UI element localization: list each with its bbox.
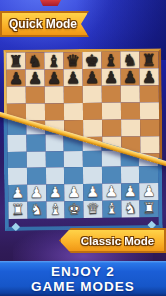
board-square[interactable]	[26, 151, 45, 168]
board-square[interactable]: ♝	[44, 52, 63, 69]
board-square[interactable]: ♛	[83, 201, 102, 218]
board-square[interactable]	[8, 151, 27, 168]
board-square[interactable]	[121, 119, 140, 136]
chess-piece[interactable]: ♞	[124, 201, 138, 216]
board-square[interactable]: ♟	[102, 184, 121, 201]
chess-piece[interactable]: ♝	[104, 52, 119, 68]
board-square[interactable]: ♟	[139, 183, 158, 200]
board-square[interactable]: ♟	[140, 68, 159, 85]
board-square[interactable]: ♜	[8, 202, 27, 219]
chess-piece[interactable]: ♟	[85, 69, 100, 85]
board-square[interactable]	[64, 167, 83, 184]
board-square[interactable]	[27, 168, 46, 185]
chess-piece[interactable]: ♝	[49, 202, 63, 217]
board-square[interactable]	[140, 136, 159, 153]
chess-piece[interactable]: ♜	[142, 201, 156, 216]
chess-piece[interactable]: ♟	[47, 70, 62, 86]
board-square[interactable]	[45, 86, 64, 103]
chess-piece[interactable]: ♜	[9, 53, 24, 69]
board-square[interactable]: ♛	[63, 52, 82, 69]
board-square[interactable]	[45, 134, 64, 151]
board-square[interactable]: ♝	[46, 201, 65, 218]
board-square[interactable]: ♝	[101, 52, 120, 69]
chess-piece[interactable]: ♟	[105, 185, 119, 200]
chess-piece[interactable]: ♞	[30, 202, 44, 217]
board-square[interactable]: ♚	[65, 201, 84, 218]
board-square[interactable]: ♟	[83, 184, 102, 201]
chess-piece[interactable]: ♚	[67, 202, 81, 217]
board-square[interactable]: ♟	[64, 184, 83, 201]
board-square[interactable]: ♟	[121, 183, 140, 200]
board-corner-ornament	[12, 223, 20, 231]
chess-piece[interactable]: ♛	[66, 53, 81, 69]
board-square[interactable]	[102, 103, 121, 120]
board-square[interactable]	[83, 103, 102, 120]
board-square[interactable]	[8, 168, 27, 185]
chess-piece[interactable]: ♟	[9, 70, 24, 86]
chess-piece[interactable]: ♟	[123, 184, 137, 199]
chess-piece[interactable]: ♞	[28, 53, 43, 69]
chess-piece[interactable]: ♝	[105, 201, 119, 216]
quick-mode-banner[interactable]: Quick Mode	[0, 11, 89, 37]
footer-band: ENJOY 2 GAME MODES	[0, 261, 166, 296]
chess-piece[interactable]: ♟	[86, 185, 100, 200]
board-square[interactable]: ♟	[27, 185, 46, 202]
board-square[interactable]: ♟	[7, 70, 26, 87]
ad-screenshot: ♜♞♝♛♚♝♞♜♟♟♟♟♟♟♟♟ ♟♟♟♟♟♟♟♟♜♞♝♚♛♝♞♜ Quick …	[0, 0, 166, 296]
board-square[interactable]	[102, 167, 121, 184]
board-square[interactable]: ♞	[25, 52, 44, 69]
board-square[interactable]	[140, 102, 159, 119]
chess-piece[interactable]: ♟	[28, 70, 43, 86]
classic-mode-label: Classic Mode	[81, 235, 155, 247]
board-square[interactable]	[83, 150, 102, 167]
board-square[interactable]	[26, 103, 45, 120]
board-square[interactable]	[26, 86, 45, 103]
classic-mode-banner[interactable]: Classic Mode	[59, 228, 166, 253]
board-square[interactable]	[83, 120, 102, 137]
board-square[interactable]: ♟	[64, 69, 83, 86]
board-square[interactable]: ♜	[6, 53, 25, 70]
board-square[interactable]	[83, 167, 102, 184]
board-square[interactable]	[83, 86, 102, 103]
quick-mode-label: Quick Mode	[9, 17, 77, 31]
board-square[interactable]	[121, 102, 140, 119]
chess-piece[interactable]: ♟	[142, 69, 157, 85]
board-square[interactable]	[45, 103, 64, 120]
board-square[interactable]: ♟	[83, 69, 102, 86]
chess-piece[interactable]: ♜	[11, 203, 25, 218]
footer-line-2: GAME MODES	[31, 279, 135, 294]
chess-piece[interactable]: ♜	[142, 52, 157, 68]
chess-piece[interactable]: ♟	[67, 185, 81, 200]
chess-piece[interactable]: ♛	[86, 202, 100, 217]
chess-piece[interactable]: ♟	[104, 69, 119, 85]
board-square[interactable]: ♟	[8, 185, 27, 202]
board-square[interactable]: ♟	[121, 68, 140, 85]
chess-piece[interactable]: ♞	[123, 52, 138, 68]
board-square[interactable]	[64, 103, 83, 120]
board-square[interactable]	[140, 119, 159, 136]
chess-piece[interactable]: ♚	[85, 52, 100, 68]
board-square[interactable]: ♞	[27, 202, 46, 219]
board-square[interactable]	[26, 134, 45, 151]
board-square[interactable]	[7, 87, 26, 104]
board-square[interactable]	[121, 85, 140, 102]
board-square[interactable]	[140, 85, 159, 102]
chess-piece[interactable]: ♟	[48, 185, 62, 200]
board-square[interactable]	[64, 151, 83, 168]
board-square[interactable]	[7, 135, 26, 152]
chess-piece[interactable]: ♝	[47, 53, 62, 69]
board-square[interactable]	[45, 151, 64, 168]
chess-piece[interactable]: ♟	[142, 184, 156, 199]
chess-piece[interactable]: ♟	[66, 70, 81, 86]
board-square[interactable]: ♟	[26, 69, 45, 86]
board-square[interactable]: ♞	[121, 200, 140, 217]
board-square[interactable]	[102, 120, 121, 137]
board-square[interactable]: ♝	[102, 200, 121, 217]
board-square[interactable]	[64, 86, 83, 103]
board-square[interactable]	[101, 150, 120, 167]
board-square[interactable]: ♞	[120, 51, 139, 68]
chess-piece[interactable]: ♟	[123, 69, 138, 85]
board-square[interactable]	[102, 86, 121, 103]
board-square[interactable]: ♟	[45, 69, 64, 86]
board-square[interactable]	[120, 167, 139, 184]
footer-line-1: ENJOY 2	[51, 264, 115, 279]
red-banner-fragment	[40, 0, 61, 6]
chess-piece[interactable]: ♟	[11, 186, 25, 201]
board-square[interactable]	[45, 168, 64, 185]
board-square[interactable]: ♟	[102, 69, 121, 86]
chess-piece[interactable]: ♟	[30, 186, 44, 201]
board-square[interactable]: ♟	[46, 184, 65, 201]
board-square[interactable]: ♚	[82, 52, 101, 69]
board-square[interactable]	[139, 166, 158, 183]
board-square[interactable]: ♜	[139, 51, 158, 68]
board-square[interactable]: ♜	[140, 200, 159, 217]
